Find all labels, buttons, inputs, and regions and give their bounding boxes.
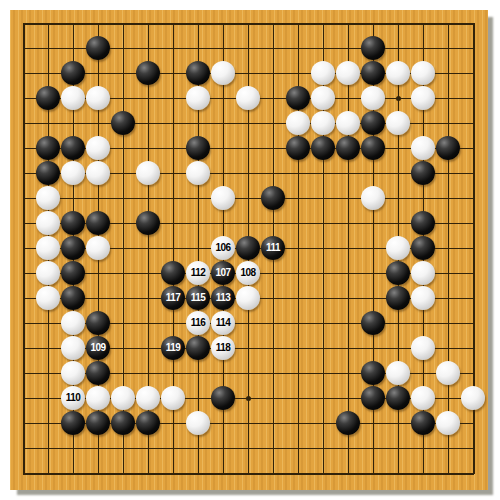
move-number-label: 106 <box>215 243 230 253</box>
stone-white <box>86 236 110 260</box>
move-number-label: 107 <box>215 268 230 278</box>
stone-white <box>236 286 260 310</box>
stone-white <box>36 286 60 310</box>
stone-white <box>436 361 460 385</box>
stone-black <box>411 211 435 235</box>
stone-black <box>111 411 135 435</box>
stone-white <box>286 111 310 135</box>
stone-black <box>61 236 85 260</box>
stone-black <box>361 61 385 85</box>
grid-line <box>23 473 474 475</box>
stone-white <box>61 86 85 110</box>
stone-white <box>86 86 110 110</box>
stone-black <box>311 136 335 160</box>
stone-white <box>186 411 210 435</box>
stone-white <box>86 161 110 185</box>
stone-black <box>111 111 135 135</box>
stone-black <box>186 136 210 160</box>
stone-black <box>161 261 185 285</box>
move-number-label: 115 <box>191 293 206 303</box>
stone-black <box>61 211 85 235</box>
stone-white <box>36 211 60 235</box>
stone-white <box>161 386 185 410</box>
star-point <box>246 396 251 401</box>
stone-white <box>411 261 435 285</box>
grid-line <box>23 448 474 449</box>
stone-white <box>61 161 85 185</box>
stone-white <box>311 86 335 110</box>
go-board[interactable]: 1061111121071081171151131161141091191181… <box>10 10 488 490</box>
stone-black <box>386 261 410 285</box>
move-number-label: 112 <box>191 268 206 278</box>
stone-white <box>386 111 410 135</box>
stone-black <box>386 286 410 310</box>
stone-white <box>36 186 60 210</box>
stone-black <box>336 411 360 435</box>
stone-black <box>361 361 385 385</box>
stone-white <box>211 186 235 210</box>
move-number-label: 118 <box>216 343 231 353</box>
stone-black <box>136 61 160 85</box>
stone-black: 107 <box>211 261 235 285</box>
stone-black: 113 <box>211 286 235 310</box>
stone-black: 111 <box>261 236 285 260</box>
stone-black <box>211 386 235 410</box>
move-number-label: 110 <box>66 393 81 403</box>
stone-black <box>411 236 435 260</box>
stone-black <box>136 411 160 435</box>
stone-white <box>86 386 110 410</box>
stone-white <box>411 86 435 110</box>
grid-line <box>348 23 349 474</box>
stone-white <box>386 236 410 260</box>
stone-black <box>86 211 110 235</box>
stone-black: 109 <box>86 336 110 360</box>
stone-black <box>261 186 285 210</box>
stone-white: 106 <box>211 236 235 260</box>
stone-white <box>411 136 435 160</box>
stone-black <box>86 311 110 335</box>
stone-black <box>36 136 60 160</box>
stone-white <box>61 311 85 335</box>
move-number-label: 111 <box>266 243 280 253</box>
stone-white <box>186 161 210 185</box>
stone-black <box>61 261 85 285</box>
stone-black <box>286 86 310 110</box>
move-number-label: 114 <box>216 318 231 328</box>
stone-white <box>311 61 335 85</box>
stone-black <box>136 211 160 235</box>
stone-white: 114 <box>211 311 235 335</box>
stone-white: 116 <box>186 311 210 335</box>
stone-white <box>386 61 410 85</box>
stone-black <box>361 386 385 410</box>
stone-white: 112 <box>186 261 210 285</box>
stone-black <box>436 136 460 160</box>
stone-black <box>36 86 60 110</box>
stone-black <box>86 361 110 385</box>
stone-black <box>61 286 85 310</box>
stone-white <box>436 411 460 435</box>
stone-white <box>236 86 260 110</box>
stone-white <box>86 136 110 160</box>
stone-black <box>186 336 210 360</box>
stone-black <box>361 36 385 60</box>
stone-white <box>111 386 135 410</box>
stone-black: 119 <box>161 336 185 360</box>
stone-black <box>86 411 110 435</box>
stone-black <box>286 136 310 160</box>
stone-white <box>61 336 85 360</box>
grid-line <box>448 23 449 474</box>
stone-white <box>386 361 410 385</box>
stone-white: 108 <box>236 261 260 285</box>
stone-black <box>386 386 410 410</box>
move-number-label: 108 <box>240 268 255 278</box>
move-number-label: 116 <box>191 318 206 328</box>
stone-black <box>411 161 435 185</box>
stone-white <box>211 61 235 85</box>
move-number-label: 109 <box>90 343 105 353</box>
stone-black <box>186 61 210 85</box>
stone-black <box>236 236 260 260</box>
move-number-label: 113 <box>216 293 231 303</box>
stone-black <box>411 411 435 435</box>
stone-white: 118 <box>211 336 235 360</box>
stone-white <box>411 386 435 410</box>
stone-black <box>361 111 385 135</box>
stone-white <box>36 236 60 260</box>
star-point <box>396 96 401 101</box>
stone-white <box>136 161 160 185</box>
board-grid: 1061111121071081171151131161141091191181… <box>23 23 474 474</box>
stone-black <box>61 136 85 160</box>
move-number-label: 119 <box>166 343 181 353</box>
stone-black: 117 <box>161 286 185 310</box>
stone-white <box>411 61 435 85</box>
stone-white <box>336 61 360 85</box>
stone-white <box>411 286 435 310</box>
stone-white <box>311 111 335 135</box>
stone-white <box>361 86 385 110</box>
stone-white <box>361 186 385 210</box>
stone-black <box>361 136 385 160</box>
stone-white: 110 <box>61 386 85 410</box>
move-number-label: 117 <box>166 293 181 303</box>
stone-black <box>361 311 385 335</box>
stone-white <box>136 386 160 410</box>
stone-black <box>36 161 60 185</box>
stone-black <box>336 136 360 160</box>
page-background: 1061111121071081171151131161141091191181… <box>0 0 500 500</box>
stone-white <box>461 386 485 410</box>
stone-black: 115 <box>186 286 210 310</box>
stone-black <box>61 411 85 435</box>
stone-white <box>336 111 360 135</box>
stone-black <box>61 61 85 85</box>
stone-black <box>86 36 110 60</box>
stone-white <box>61 361 85 385</box>
stone-white <box>411 336 435 360</box>
stone-white <box>36 261 60 285</box>
stone-white <box>186 86 210 110</box>
